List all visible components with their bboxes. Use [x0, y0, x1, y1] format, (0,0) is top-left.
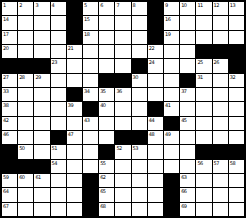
cell-r8c2[interactable]	[18, 102, 33, 115]
cell-r9c5[interactable]	[67, 117, 82, 130]
block-r6c12	[180, 74, 195, 87]
clue-number: 60	[19, 174, 24, 180]
cell-r4c9[interactable]	[132, 45, 147, 58]
clue-number: 42	[3, 117, 8, 123]
block-r12c3	[34, 160, 49, 173]
clue-number: 35	[100, 88, 105, 94]
cell-r13c8[interactable]	[115, 174, 130, 187]
cell-r7c14[interactable]	[213, 88, 228, 101]
cell-r7c12[interactable]: 37	[180, 88, 195, 101]
cell-r11c6[interactable]	[83, 145, 98, 158]
block-r5c2	[18, 59, 33, 72]
cell-r5c10[interactable]: 24	[148, 59, 163, 72]
cell-r15c12[interactable]: 69	[180, 203, 195, 216]
cell-r14c8[interactable]	[115, 188, 130, 201]
cell-r4c8[interactable]	[115, 45, 130, 58]
cell-r8c12[interactable]	[180, 102, 195, 115]
cell-r14c4[interactable]	[51, 188, 66, 201]
block-r2c5	[67, 16, 82, 29]
cell-r3c8[interactable]	[115, 31, 130, 44]
cell-r13c5[interactable]	[67, 174, 82, 187]
cell-r6c11[interactable]	[164, 74, 179, 87]
cell-r10c13[interactable]	[196, 131, 211, 144]
cell-r13c7[interactable]: 62	[99, 174, 114, 187]
cell-r4c11[interactable]	[164, 45, 179, 58]
block-r15c6	[83, 203, 98, 216]
cell-r7c9[interactable]	[132, 88, 147, 101]
cell-r3c3[interactable]	[34, 31, 49, 44]
cell-r12c13[interactable]: 56	[196, 160, 211, 173]
cell-r10c15[interactable]	[229, 131, 244, 144]
cell-r12c15[interactable]: 58	[229, 160, 244, 173]
cell-r7c4[interactable]	[51, 88, 66, 101]
clue-number: 21	[68, 45, 73, 51]
clue-number: 69	[181, 203, 186, 209]
cell-r15c5[interactable]	[67, 203, 82, 216]
clue-number: 23	[52, 59, 57, 65]
cell-r10c6[interactable]	[83, 131, 98, 144]
clue-number: 12	[214, 2, 219, 8]
cell-r6c10[interactable]	[148, 74, 163, 87]
cell-r8c3[interactable]	[34, 102, 49, 115]
cell-r9c3[interactable]	[34, 117, 49, 130]
cell-r3c14[interactable]	[213, 31, 228, 44]
block-r5c15	[229, 59, 244, 72]
block-r6c7	[99, 74, 114, 87]
clue-number: 22	[149, 45, 154, 51]
cell-r3c1[interactable]: 17	[2, 31, 17, 44]
clue-number: 10	[181, 2, 186, 8]
cell-r3c9[interactable]	[132, 31, 147, 44]
clue-number: 29	[35, 74, 40, 80]
clue-number: 43	[84, 117, 89, 123]
cell-r11c2[interactable]: 50	[18, 145, 33, 158]
clue-number: 14	[3, 16, 8, 22]
clue-number: 15	[84, 16, 89, 22]
cell-r3c4[interactable]	[51, 31, 66, 44]
clue-number: 27	[3, 74, 8, 80]
block-r9c11	[164, 117, 179, 130]
clue-number: 28	[19, 74, 24, 80]
cell-r8c1[interactable]: 38	[2, 102, 17, 115]
cell-r9c7[interactable]	[99, 117, 114, 130]
cell-r14c14[interactable]	[213, 188, 228, 201]
cell-r2c8[interactable]	[115, 16, 130, 29]
cell-r1c12[interactable]: 10	[180, 2, 195, 15]
cell-r8c4[interactable]	[51, 102, 66, 115]
cell-r11c8[interactable]: 52	[115, 145, 130, 158]
cell-r9c10[interactable]: 44	[148, 117, 163, 130]
cell-r13c2[interactable]: 60	[18, 174, 33, 187]
cell-r15c3[interactable]	[34, 203, 49, 216]
cell-r8c8[interactable]	[115, 102, 130, 115]
cell-r14c3[interactable]	[34, 188, 49, 201]
cell-r9c6[interactable]: 43	[83, 117, 98, 130]
clue-number: 61	[35, 174, 40, 180]
cell-r12c14[interactable]: 57	[213, 160, 228, 173]
cell-r15c14[interactable]	[213, 203, 228, 216]
cell-r7c7[interactable]: 35	[99, 88, 114, 101]
cell-r7c1[interactable]: 33	[2, 88, 17, 101]
cell-r15c2[interactable]	[18, 203, 33, 216]
block-r1c5	[67, 2, 82, 15]
clue-number: 8	[133, 2, 136, 8]
cell-r1c13[interactable]: 11	[196, 2, 211, 15]
cell-r14c1[interactable]: 64	[2, 188, 17, 201]
block-r11c7	[99, 145, 114, 158]
cell-r3c15[interactable]	[229, 31, 244, 44]
cell-r9c13[interactable]	[196, 117, 211, 130]
block-r10c8	[115, 131, 130, 144]
cell-r13c3[interactable]: 61	[34, 174, 49, 187]
clue-number: 11	[197, 2, 202, 8]
block-r7c5	[67, 88, 82, 101]
block-r3c5	[67, 31, 82, 44]
cell-r8c11[interactable]: 41	[164, 102, 179, 115]
cell-r1c3[interactable]: 3	[34, 2, 49, 15]
cell-r8c13[interactable]	[196, 102, 211, 115]
clue-number: 39	[68, 102, 73, 108]
clue-number: 33	[3, 88, 8, 94]
cell-r11c11[interactable]	[164, 145, 179, 158]
cell-r2c6[interactable]: 15	[83, 16, 98, 29]
block-r10c4	[51, 131, 66, 144]
cell-r7c3[interactable]	[34, 88, 49, 101]
cell-r10c3[interactable]	[34, 131, 49, 144]
cell-r2c12[interactable]	[180, 16, 195, 29]
clue-number: 64	[3, 188, 8, 194]
clue-number: 20	[3, 45, 8, 51]
cell-r9c4[interactable]	[51, 117, 66, 130]
block-r11c1	[2, 145, 17, 158]
clue-number: 4	[52, 2, 55, 8]
cell-r5c6[interactable]	[83, 59, 98, 72]
block-r13c6	[83, 174, 98, 187]
cell-r10c5[interactable]: 47	[67, 131, 82, 144]
clue-number: 50	[19, 145, 24, 151]
cell-r10c14[interactable]	[213, 131, 228, 144]
cell-r12c6[interactable]	[83, 160, 98, 173]
cell-r6c15[interactable]: 32	[229, 74, 244, 87]
cell-r3c13[interactable]	[196, 31, 211, 44]
cell-r4c12[interactable]	[180, 45, 195, 58]
clue-number: 46	[3, 131, 8, 137]
clue-number: 18	[84, 31, 89, 37]
cell-r5c14[interactable]: 26	[213, 59, 228, 72]
block-r8c10	[148, 102, 163, 115]
cell-r10c7[interactable]	[99, 131, 114, 144]
clue-number: 52	[116, 145, 121, 151]
clue-number: 26	[214, 59, 219, 65]
cell-r1c8[interactable]: 7	[115, 2, 130, 15]
clue-number: 65	[100, 188, 105, 194]
block-r11c14	[213, 145, 228, 158]
clue-number: 66	[181, 188, 186, 194]
cell-r2c15[interactable]	[229, 16, 244, 29]
cell-r7c6[interactable]: 34	[83, 88, 98, 101]
cell-r15c4[interactable]	[51, 203, 66, 216]
clue-number: 16	[165, 16, 170, 22]
clue-number: 9	[165, 2, 168, 8]
cell-r14c12[interactable]: 66	[180, 188, 195, 201]
cell-r13c12[interactable]: 63	[180, 174, 195, 187]
clue-number: 67	[3, 203, 8, 209]
cell-r12c11[interactable]	[164, 160, 179, 173]
crossword-grid: 1234567891011121314151617181920212223242…	[0, 0, 246, 218]
cell-r6c13[interactable]: 31	[196, 74, 211, 87]
cell-r11c5[interactable]	[67, 145, 82, 158]
cell-r11c4[interactable]: 51	[51, 145, 66, 158]
cell-r7c10[interactable]	[148, 88, 163, 101]
cell-r1c11[interactable]: 9	[164, 2, 179, 15]
clue-number: 48	[149, 131, 154, 137]
cell-r13c4[interactable]	[51, 174, 66, 187]
cell-r11c3[interactable]	[34, 145, 49, 158]
clue-number: 36	[116, 88, 121, 94]
cell-r15c15[interactable]	[229, 203, 244, 216]
block-r3c10	[148, 31, 163, 44]
cell-r4c2[interactable]	[18, 45, 33, 58]
cell-r7c2[interactable]	[18, 88, 33, 101]
cell-r12c5[interactable]	[67, 160, 82, 173]
clue-number: 62	[100, 174, 105, 180]
cell-r4c1[interactable]: 20	[2, 45, 17, 58]
cell-r1c9[interactable]: 8	[132, 2, 147, 15]
cell-r10c2[interactable]	[18, 131, 33, 144]
cell-r6c14[interactable]	[213, 74, 228, 87]
cell-r11c10[interactable]	[148, 145, 163, 158]
block-r4c14	[213, 45, 228, 58]
clue-number: 32	[230, 74, 235, 80]
clue-number: 7	[116, 2, 119, 8]
cell-r3c11[interactable]: 19	[164, 31, 179, 44]
cell-r1c2[interactable]: 2	[18, 2, 33, 15]
cell-r1c15[interactable]: 13	[229, 2, 244, 15]
cell-r7c11[interactable]	[164, 88, 179, 101]
clue-number: 47	[68, 131, 73, 137]
clue-number: 31	[197, 74, 202, 80]
cell-r13c10[interactable]	[148, 174, 163, 187]
cell-r2c11[interactable]: 16	[164, 16, 179, 29]
cell-r5c5[interactable]	[67, 59, 82, 72]
clue-number: 5	[84, 2, 87, 8]
clue-number: 54	[52, 160, 57, 166]
cell-r12c12[interactable]	[180, 160, 195, 173]
clue-number: 1	[3, 2, 6, 8]
block-r10c9	[132, 131, 147, 144]
clue-number: 30	[133, 74, 138, 80]
cell-r2c2[interactable]	[18, 16, 33, 29]
cell-r6c3[interactable]: 29	[34, 74, 49, 87]
cell-r5c7[interactable]	[99, 59, 114, 72]
cell-r13c14[interactable]	[213, 174, 228, 187]
cell-r4c3[interactable]	[34, 45, 49, 58]
block-r5c9	[132, 59, 147, 72]
cell-r8c14[interactable]	[213, 102, 228, 115]
cell-r10c12[interactable]	[180, 131, 195, 144]
clue-number: 55	[100, 160, 105, 166]
clue-number: 53	[133, 145, 138, 151]
clue-number: 49	[165, 131, 170, 137]
block-r5c3	[34, 59, 49, 72]
cell-r14c7[interactable]: 65	[99, 188, 114, 201]
clue-number: 45	[181, 117, 186, 123]
cell-r12c10[interactable]	[148, 160, 163, 173]
cell-r5c11[interactable]	[164, 59, 179, 72]
cell-r14c5[interactable]	[67, 188, 82, 201]
cell-r13c1[interactable]: 59	[2, 174, 17, 187]
clue-number: 40	[100, 102, 105, 108]
clue-number: 38	[3, 102, 8, 108]
block-r15c11	[164, 203, 179, 216]
cell-r4c4[interactable]	[51, 45, 66, 58]
block-r13c11	[164, 174, 179, 187]
cell-r2c1[interactable]: 14	[2, 16, 17, 29]
cell-r5c4[interactable]: 23	[51, 59, 66, 72]
cell-r12c4[interactable]: 54	[51, 160, 66, 173]
cell-r5c13[interactable]: 25	[196, 59, 211, 72]
clue-number: 34	[84, 88, 89, 94]
cell-r2c4[interactable]	[51, 16, 66, 29]
clue-number: 25	[197, 59, 202, 65]
clue-number: 2	[19, 2, 22, 8]
cell-r1c7[interactable]: 6	[99, 2, 114, 15]
clue-number: 58	[230, 160, 235, 166]
cell-r2c7[interactable]	[99, 16, 114, 29]
clue-number: 41	[165, 102, 170, 108]
cell-r1c14[interactable]: 12	[213, 2, 228, 15]
block-r14c11	[164, 188, 179, 201]
clue-number: 19	[165, 31, 170, 37]
cell-r9c1[interactable]: 42	[2, 117, 17, 130]
block-r4c13	[196, 45, 211, 58]
cell-r13c9[interactable]	[132, 174, 147, 187]
cell-r2c13[interactable]	[196, 16, 211, 29]
block-r6c8	[115, 74, 130, 87]
cell-r9c14[interactable]	[213, 117, 228, 130]
block-r11c15	[229, 145, 244, 158]
cell-r3c2[interactable]	[18, 31, 33, 44]
cell-r4c6[interactable]	[83, 45, 98, 58]
cell-r13c15[interactable]	[229, 174, 244, 187]
clue-number: 37	[181, 88, 186, 94]
cell-r6c2[interactable]: 28	[18, 74, 33, 87]
cell-r15c1[interactable]: 67	[2, 203, 17, 216]
cell-r1c6[interactable]: 5	[83, 2, 98, 15]
cell-r1c1[interactable]: 1	[2, 2, 17, 15]
clue-number: 51	[52, 145, 57, 151]
cell-r11c9[interactable]: 53	[132, 145, 147, 158]
cell-r9c8[interactable]	[115, 117, 130, 130]
cell-r15c13[interactable]	[196, 203, 211, 216]
cell-r10c11[interactable]: 49	[164, 131, 179, 144]
cell-r14c10[interactable]	[148, 188, 163, 201]
cell-r4c5[interactable]: 21	[67, 45, 82, 58]
clue-number: 57	[214, 160, 219, 166]
clue-number: 44	[149, 117, 154, 123]
cell-r8c15[interactable]	[229, 102, 244, 115]
clue-number: 68	[100, 203, 105, 209]
cell-r14c13[interactable]	[196, 188, 211, 201]
cell-r5c8[interactable]	[115, 59, 130, 72]
cell-r11c12[interactable]	[180, 145, 195, 158]
clue-number: 24	[149, 59, 154, 65]
cell-r8c7[interactable]: 40	[99, 102, 114, 115]
cell-r9c15[interactable]	[229, 117, 244, 130]
cell-r2c14[interactable]	[213, 16, 228, 29]
clue-number: 13	[230, 2, 235, 8]
clue-number: 63	[181, 174, 186, 180]
cell-r6c9[interactable]: 30	[132, 74, 147, 87]
block-r4c15	[229, 45, 244, 58]
clue-number: 59	[3, 174, 8, 180]
cell-r9c9[interactable]	[132, 117, 147, 130]
cell-r6c1[interactable]: 27	[2, 74, 17, 87]
cell-r10c10[interactable]: 48	[148, 131, 163, 144]
cell-r3c6[interactable]: 18	[83, 31, 98, 44]
block-r11c13	[196, 145, 211, 158]
block-r1c10	[148, 2, 163, 15]
cell-r5c12[interactable]	[180, 59, 195, 72]
cell-r4c7[interactable]	[99, 45, 114, 58]
cell-r9c2[interactable]	[18, 117, 33, 130]
block-r12c2	[18, 160, 33, 173]
cell-r7c15[interactable]	[229, 88, 244, 101]
cell-r15c10[interactable]	[148, 203, 163, 216]
cell-r12c9[interactable]	[132, 160, 147, 173]
cell-r15c9[interactable]	[132, 203, 147, 216]
clue-number: 56	[197, 160, 202, 166]
cell-r1c4[interactable]: 4	[51, 2, 66, 15]
cell-r3c12[interactable]	[180, 31, 195, 44]
cell-r4c10[interactable]: 22	[148, 45, 163, 58]
cell-r12c8[interactable]	[115, 160, 130, 173]
cell-r8c5[interactable]: 39	[67, 102, 82, 115]
cell-r9c12[interactable]: 45	[180, 117, 195, 130]
cell-r7c13[interactable]	[196, 88, 211, 101]
block-r2c10	[148, 16, 163, 29]
block-r14c6	[83, 188, 98, 201]
cell-r6c6[interactable]	[83, 74, 98, 87]
cell-r14c15[interactable]	[229, 188, 244, 201]
clue-number: 3	[35, 2, 38, 8]
clue-number: 17	[3, 31, 8, 37]
block-r5c1	[2, 59, 17, 72]
cell-r14c9[interactable]	[132, 188, 147, 201]
cell-r15c8[interactable]	[115, 203, 130, 216]
cell-r15c7[interactable]: 68	[99, 203, 114, 216]
cell-r7c8[interactable]: 36	[115, 88, 130, 101]
cell-r6c5[interactable]	[67, 74, 82, 87]
cell-r13c13[interactable]	[196, 174, 211, 187]
cell-r2c9[interactable]	[132, 16, 147, 29]
cell-r8c9[interactable]	[132, 102, 147, 115]
block-r8c6	[83, 102, 98, 115]
cell-r3c7[interactable]	[99, 31, 114, 44]
cell-r12c7[interactable]: 55	[99, 160, 114, 173]
block-r12c1	[2, 160, 17, 173]
cell-r14c2[interactable]	[18, 188, 33, 201]
clue-number: 6	[100, 2, 103, 8]
cell-r10c1[interactable]: 46	[2, 131, 17, 144]
cell-r6c4[interactable]	[51, 74, 66, 87]
cell-r2c3[interactable]	[34, 16, 49, 29]
